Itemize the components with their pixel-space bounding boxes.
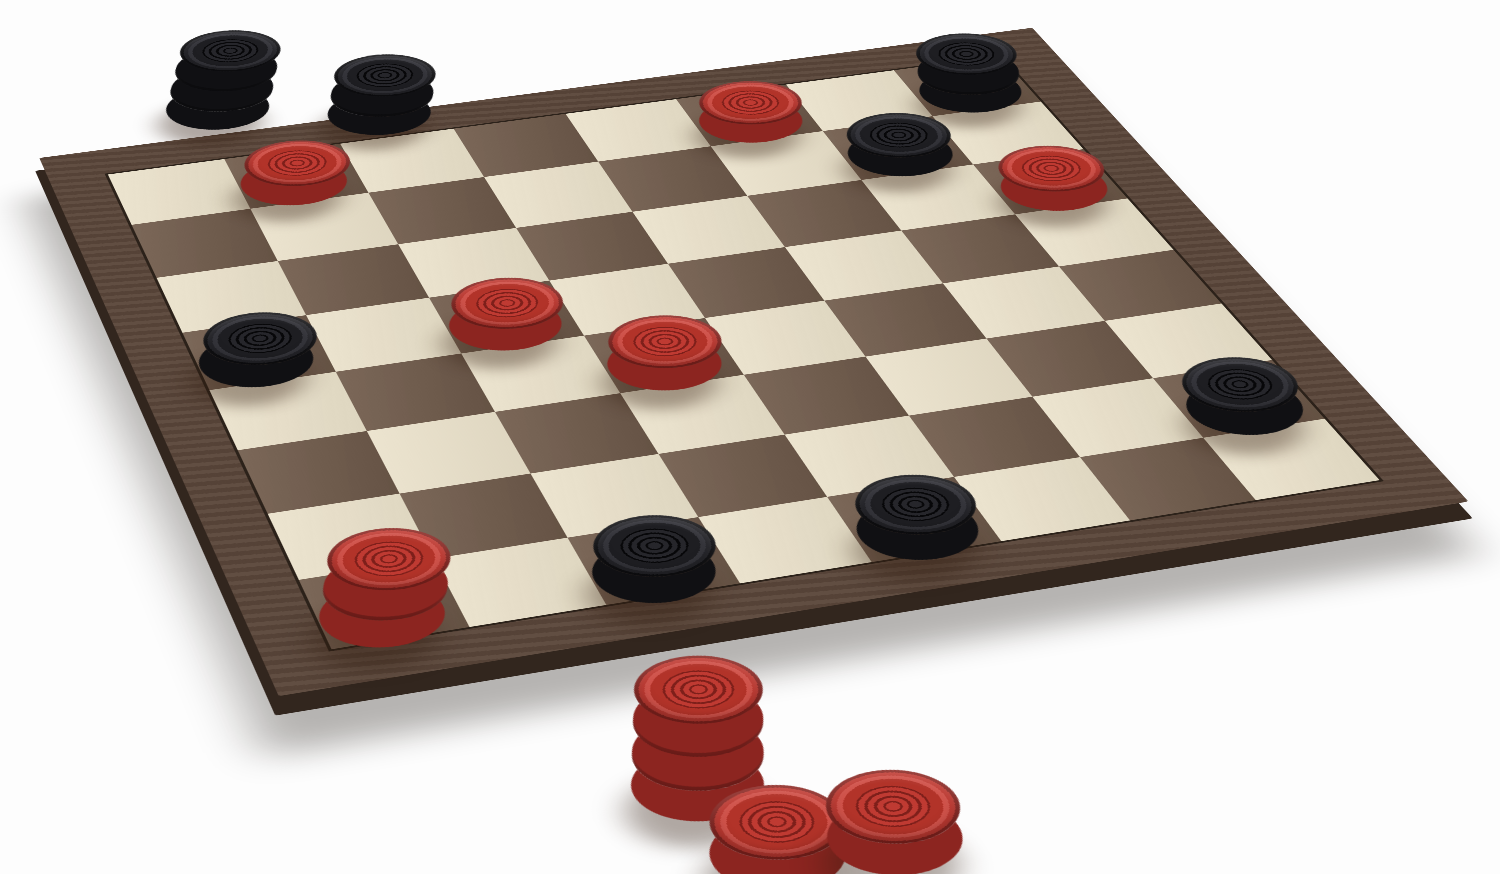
photo-scene (0, 0, 1500, 874)
table-plane (0, 90, 1500, 715)
